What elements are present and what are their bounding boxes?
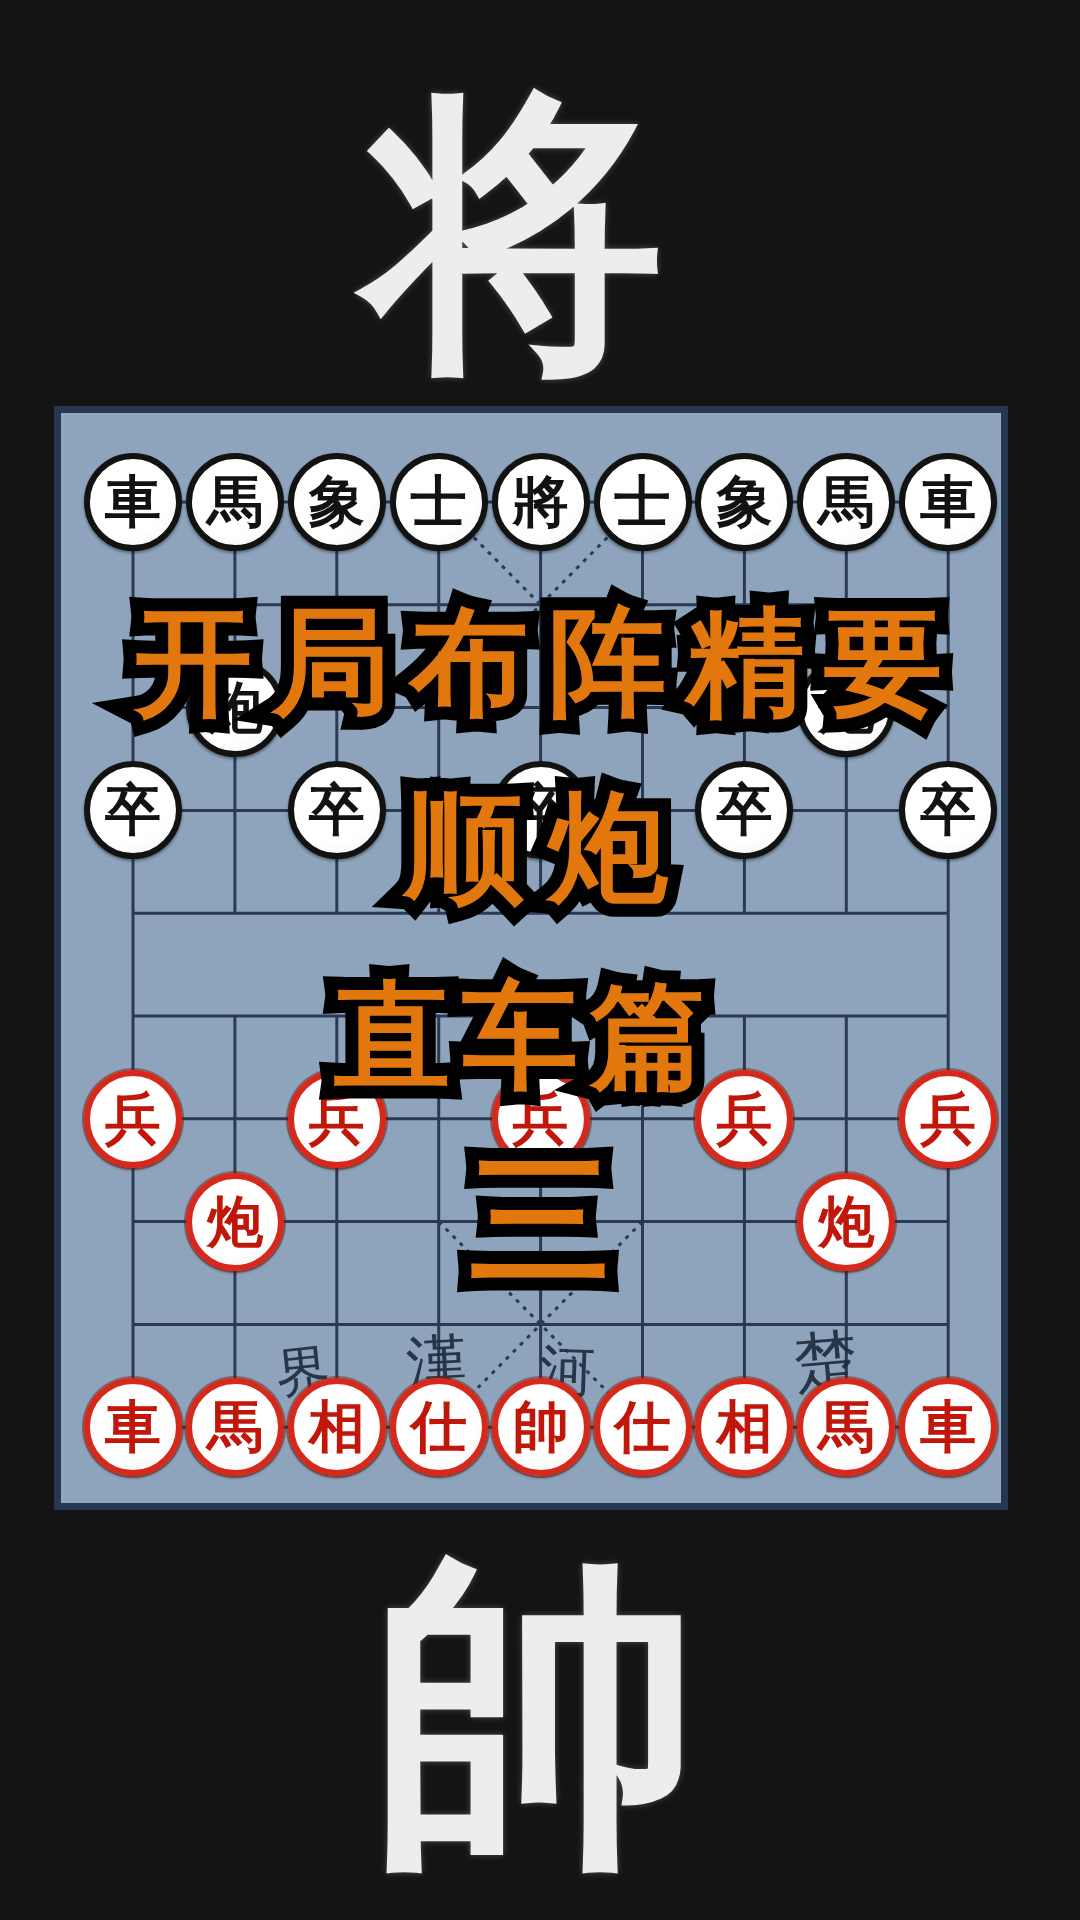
overlay-shunpao-text: 顺炮 bbox=[404, 778, 692, 917]
piece-red-elephant[interactable]: 相 bbox=[695, 1378, 793, 1476]
piece-red-cannon[interactable]: 炮 bbox=[186, 1173, 284, 1271]
piece-black-horse[interactable]: 馬 bbox=[797, 453, 895, 551]
piece-red-pawn[interactable]: 兵 bbox=[899, 1070, 997, 1168]
piece-red-elephant[interactable]: 相 bbox=[288, 1378, 386, 1476]
piece-black-elephant[interactable]: 象 bbox=[288, 453, 386, 551]
piece-black-rook[interactable]: 車 bbox=[84, 453, 182, 551]
overlay-title-text: 开局布阵精要 bbox=[134, 593, 962, 731]
piece-red-horse[interactable]: 馬 bbox=[186, 1378, 284, 1476]
piece-black-horse[interactable]: 馬 bbox=[186, 453, 284, 551]
piece-red-general[interactable]: 帥 bbox=[492, 1378, 590, 1476]
overlay-zhiche-text: 直车篇 bbox=[334, 968, 718, 1103]
piece-red-horse[interactable]: 馬 bbox=[797, 1378, 895, 1476]
bottom-calligraphy-shuai: 帥 bbox=[370, 1547, 700, 1877]
piece-red-cannon[interactable]: 炮 bbox=[797, 1173, 895, 1271]
top-calligraphy-jiang: 将 bbox=[365, 82, 665, 382]
overlay-san-text: 三 bbox=[469, 1137, 611, 1302]
overlay-san: 三 三 bbox=[469, 1149, 611, 1291]
piece-black-pawn[interactable]: 卒 bbox=[899, 761, 997, 859]
piece-black-advisor[interactable]: 士 bbox=[594, 453, 692, 551]
overlay-zhiche: 直车篇 直车篇 bbox=[334, 978, 718, 1094]
piece-red-advisor[interactable]: 仕 bbox=[594, 1378, 692, 1476]
piece-black-pawn[interactable]: 卒 bbox=[288, 761, 386, 859]
piece-black-pawn[interactable]: 卒 bbox=[84, 761, 182, 859]
piece-black-general[interactable]: 將 bbox=[492, 453, 590, 551]
overlay-shunpao: 顺炮 顺炮 bbox=[404, 788, 692, 908]
piece-red-pawn[interactable]: 兵 bbox=[84, 1070, 182, 1168]
piece-red-rook[interactable]: 車 bbox=[899, 1378, 997, 1476]
xiangqi-board: 界 漢 河 楚 車馬象士將士象馬車炮炮卒卒卒卒卒兵兵兵兵兵炮炮車馬相仕帥仕相馬車 bbox=[54, 406, 1008, 1510]
board-grid bbox=[61, 413, 1001, 1503]
piece-red-advisor[interactable]: 仕 bbox=[390, 1378, 488, 1476]
video-frame: { "game": "xiangqi", "scene": { "top_cal… bbox=[0, 0, 1080, 1920]
overlay-title: 开局布阵精要 开局布阵精要 bbox=[134, 603, 962, 721]
piece-black-rook[interactable]: 車 bbox=[899, 453, 997, 551]
piece-black-advisor[interactable]: 士 bbox=[390, 453, 488, 551]
piece-red-rook[interactable]: 車 bbox=[84, 1378, 182, 1476]
piece-black-elephant[interactable]: 象 bbox=[695, 453, 793, 551]
